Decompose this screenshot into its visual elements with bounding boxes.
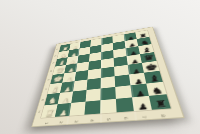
rank-label-3: 3 bbox=[72, 114, 80, 129]
square-h4[interactable] bbox=[84, 100, 100, 114]
piece-white-bishop[interactable]: ♝ bbox=[49, 82, 59, 93]
board-grid: ♜♟♟♜♞♟♟♞♝♟♟♝♛♟♟♛♚♟♟♚♝♟♟♝♞♟♟♞♜♟♟♜ bbox=[41, 30, 171, 118]
square-h5[interactable] bbox=[100, 99, 116, 114]
piece-white-knight[interactable]: ♞ bbox=[46, 94, 56, 105]
rank-label-2: 2 bbox=[56, 115, 65, 130]
rank-label-5: 5 bbox=[105, 112, 112, 127]
piece-black-pawn[interactable]: ♟ bbox=[131, 55, 139, 64]
piece-white-pawn[interactable]: ♟ bbox=[67, 65, 74, 73]
piece-white-pawn[interactable]: ♟ bbox=[60, 94, 68, 103]
piece-white-pawn[interactable]: ♟ bbox=[58, 107, 67, 117]
square-h3[interactable] bbox=[69, 102, 85, 116]
piece-black-pawn[interactable]: ♟ bbox=[138, 100, 148, 111]
piece-white-pawn[interactable]: ♟ bbox=[65, 74, 72, 82]
piece-black-pawn[interactable]: ♟ bbox=[136, 87, 145, 97]
square-h8[interactable]: ♜ bbox=[149, 94, 171, 110]
piece-white-pawn[interactable]: ♟ bbox=[68, 57, 75, 64]
piece-white-rook[interactable]: ♜ bbox=[43, 107, 53, 118]
piece-black-pawn[interactable]: ♟ bbox=[134, 75, 143, 85]
rank-label-4: 4 bbox=[88, 113, 95, 128]
rank-label-8: 8 bbox=[157, 108, 169, 124]
photo-background: ♜♟♟♜♞♟♟♞♝♟♟♝♛♟♟♛♚♟♟♚♝♟♟♝♞♟♟♞♜♟♟♜ 1234567… bbox=[0, 0, 200, 134]
rank-label-6: 6 bbox=[122, 111, 131, 127]
piece-black-pawn[interactable]: ♟ bbox=[132, 65, 140, 74]
rank-label-7: 7 bbox=[139, 109, 149, 125]
piece-white-pawn[interactable]: ♟ bbox=[63, 84, 71, 93]
rank-label-1: 1 bbox=[42, 116, 51, 130]
chess-board: ♜♟♟♜♞♟♟♞♝♟♟♝♛♟♟♛♚♟♟♚♝♟♟♝♞♟♟♞♜♟♟♜ 1234567… bbox=[31, 27, 185, 128]
square-h2[interactable]: ♟ bbox=[55, 103, 71, 117]
piece-black-rook[interactable]: ♜ bbox=[156, 96, 167, 109]
piece-black-knight[interactable]: ♞ bbox=[152, 82, 164, 95]
square-h6[interactable] bbox=[116, 97, 134, 112]
